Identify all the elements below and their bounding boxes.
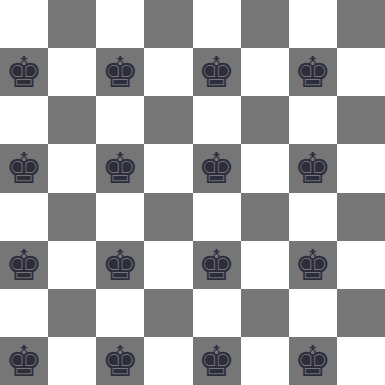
square-a8[interactable]	[0, 0, 48, 48]
square-h8[interactable]	[337, 0, 385, 48]
square-a7[interactable]: ♚	[0, 48, 48, 96]
square-g3[interactable]: ♚	[289, 241, 337, 289]
square-g8[interactable]	[289, 0, 337, 48]
square-g7[interactable]: ♚	[289, 48, 337, 96]
square-b5[interactable]	[48, 144, 96, 192]
square-c5[interactable]: ♚	[96, 144, 144, 192]
square-h7[interactable]	[337, 48, 385, 96]
square-f8[interactable]	[241, 0, 289, 48]
square-a6[interactable]	[0, 96, 48, 144]
black-king-icon: ♚	[101, 245, 139, 287]
square-h2[interactable]	[337, 289, 385, 337]
square-c4[interactable]	[96, 193, 144, 241]
square-g5[interactable]: ♚	[289, 144, 337, 192]
square-e4[interactable]	[193, 193, 241, 241]
square-b6[interactable]	[48, 96, 96, 144]
square-b2[interactable]	[48, 289, 96, 337]
black-king-icon: ♚	[5, 148, 43, 190]
square-f2[interactable]	[241, 289, 289, 337]
square-d3[interactable]	[144, 241, 192, 289]
square-h4[interactable]	[337, 193, 385, 241]
square-c8[interactable]	[96, 0, 144, 48]
square-b4[interactable]	[48, 193, 96, 241]
black-king-icon: ♚	[5, 245, 43, 287]
square-g6[interactable]	[289, 96, 337, 144]
square-d8[interactable]	[144, 0, 192, 48]
black-king-icon: ♚	[198, 148, 236, 190]
square-c3[interactable]: ♚	[96, 241, 144, 289]
square-a5[interactable]: ♚	[0, 144, 48, 192]
square-g2[interactable]	[289, 289, 337, 337]
square-d1[interactable]	[144, 337, 192, 385]
square-a4[interactable]	[0, 193, 48, 241]
square-b7[interactable]	[48, 48, 96, 96]
square-e5[interactable]: ♚	[193, 144, 241, 192]
square-b1[interactable]	[48, 337, 96, 385]
square-f4[interactable]	[241, 193, 289, 241]
black-king-icon: ♚	[198, 341, 236, 383]
black-king-icon: ♚	[5, 52, 43, 94]
square-h1[interactable]	[337, 337, 385, 385]
square-a3[interactable]: ♚	[0, 241, 48, 289]
square-f1[interactable]	[241, 337, 289, 385]
chess-board: ♚♚♚♚♚♚♚♚♚♚♚♚♚♚♚♚	[0, 0, 385, 385]
square-e8[interactable]	[193, 0, 241, 48]
black-king-icon: ♚	[294, 148, 332, 190]
square-f6[interactable]	[241, 96, 289, 144]
square-h3[interactable]	[337, 241, 385, 289]
square-e2[interactable]	[193, 289, 241, 337]
black-king-icon: ♚	[5, 341, 43, 383]
square-a2[interactable]	[0, 289, 48, 337]
black-king-icon: ♚	[101, 341, 139, 383]
square-g4[interactable]	[289, 193, 337, 241]
square-g1[interactable]: ♚	[289, 337, 337, 385]
square-d4[interactable]	[144, 193, 192, 241]
black-king-icon: ♚	[101, 52, 139, 94]
square-d6[interactable]	[144, 96, 192, 144]
square-d7[interactable]	[144, 48, 192, 96]
square-d2[interactable]	[144, 289, 192, 337]
square-d5[interactable]	[144, 144, 192, 192]
black-king-icon: ♚	[198, 245, 236, 287]
square-f7[interactable]	[241, 48, 289, 96]
black-king-icon: ♚	[294, 341, 332, 383]
square-a1[interactable]: ♚	[0, 337, 48, 385]
square-f5[interactable]	[241, 144, 289, 192]
square-h6[interactable]	[337, 96, 385, 144]
square-e7[interactable]: ♚	[193, 48, 241, 96]
square-e3[interactable]: ♚	[193, 241, 241, 289]
black-king-icon: ♚	[294, 245, 332, 287]
black-king-icon: ♚	[198, 52, 236, 94]
square-c2[interactable]	[96, 289, 144, 337]
square-e1[interactable]: ♚	[193, 337, 241, 385]
square-b8[interactable]	[48, 0, 96, 48]
square-c7[interactable]: ♚	[96, 48, 144, 96]
black-king-icon: ♚	[294, 52, 332, 94]
square-e6[interactable]	[193, 96, 241, 144]
square-c1[interactable]: ♚	[96, 337, 144, 385]
square-c6[interactable]	[96, 96, 144, 144]
square-b3[interactable]	[48, 241, 96, 289]
square-f3[interactable]	[241, 241, 289, 289]
black-king-icon: ♚	[101, 148, 139, 190]
square-h5[interactable]	[337, 144, 385, 192]
